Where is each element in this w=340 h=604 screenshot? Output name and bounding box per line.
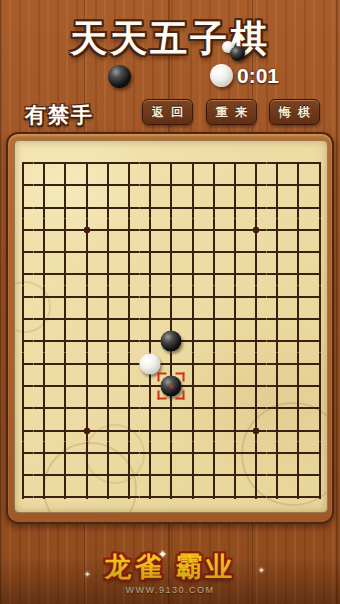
board-intersection[interactable] bbox=[97, 464, 118, 486]
board-grid-area bbox=[22, 162, 321, 499]
board-intersection[interactable] bbox=[203, 174, 224, 196]
board-intersection[interactable] bbox=[55, 308, 76, 330]
last-move-marker bbox=[158, 373, 185, 400]
board-intersection[interactable] bbox=[118, 286, 139, 308]
board-intersection[interactable] bbox=[288, 330, 309, 352]
timer-text: 0:01 bbox=[237, 64, 279, 88]
board-intersection[interactable] bbox=[140, 196, 161, 218]
restart-button[interactable]: 重来 bbox=[206, 99, 257, 125]
board-intersection[interactable] bbox=[288, 419, 309, 441]
board-intersection[interactable] bbox=[245, 263, 266, 285]
board-intersection[interactable] bbox=[182, 486, 203, 499]
board-intersection[interactable] bbox=[182, 353, 203, 375]
board-intersection[interactable] bbox=[55, 286, 76, 308]
app-title: 天天五子棋 bbox=[0, 14, 340, 64]
board-intersection[interactable] bbox=[288, 196, 309, 218]
board-intersection[interactable] bbox=[288, 263, 309, 285]
board-intersection[interactable] bbox=[34, 308, 55, 330]
board-intersection[interactable] bbox=[34, 330, 55, 352]
board-intersection[interactable] bbox=[309, 486, 321, 499]
board-intersection[interactable] bbox=[224, 219, 245, 241]
board-intersection[interactable] bbox=[34, 464, 55, 486]
board-intersection[interactable] bbox=[140, 219, 161, 241]
board-intersection[interactable] bbox=[22, 308, 34, 330]
board-intersection[interactable] bbox=[118, 419, 139, 441]
board-intersection[interactable] bbox=[245, 241, 266, 263]
board-intersection[interactable] bbox=[55, 397, 76, 419]
board-intersection[interactable] bbox=[182, 241, 203, 263]
board-intersection[interactable] bbox=[118, 397, 139, 419]
board-intersection[interactable] bbox=[22, 174, 34, 196]
board-intersection[interactable] bbox=[97, 162, 118, 174]
board-intersection[interactable] bbox=[224, 308, 245, 330]
board-intersection[interactable] bbox=[267, 353, 288, 375]
board-intersection[interactable] bbox=[309, 419, 321, 441]
board-intersection[interactable] bbox=[203, 375, 224, 397]
board-intersection[interactable] bbox=[22, 486, 34, 499]
black-stone bbox=[161, 331, 182, 352]
board-intersection[interactable] bbox=[288, 174, 309, 196]
board-intersection[interactable] bbox=[55, 486, 76, 499]
board-intersection[interactable] bbox=[203, 353, 224, 375]
board-intersection[interactable] bbox=[267, 486, 288, 499]
board-intersection[interactable] bbox=[224, 353, 245, 375]
board-intersection[interactable] bbox=[34, 196, 55, 218]
board-intersection[interactable] bbox=[245, 353, 266, 375]
board-intersection[interactable] bbox=[118, 353, 139, 375]
board-intersection[interactable] bbox=[76, 464, 97, 486]
board-intersection[interactable] bbox=[288, 464, 309, 486]
board-intersection[interactable] bbox=[245, 162, 266, 174]
board-intersection[interactable] bbox=[118, 464, 139, 486]
board-intersection[interactable] bbox=[34, 174, 55, 196]
board-intersection[interactable] bbox=[76, 330, 97, 352]
board-intersection[interactable] bbox=[97, 174, 118, 196]
board-intersection[interactable] bbox=[55, 330, 76, 352]
board-intersection[interactable] bbox=[267, 241, 288, 263]
board-intersection[interactable] bbox=[55, 419, 76, 441]
board-intersection[interactable] bbox=[224, 397, 245, 419]
board-intersection[interactable] bbox=[203, 286, 224, 308]
board-intersection[interactable] bbox=[267, 442, 288, 464]
board-intersection[interactable] bbox=[118, 375, 139, 397]
board-intersection[interactable] bbox=[161, 196, 182, 218]
board-intersection[interactable] bbox=[288, 375, 309, 397]
board-intersection[interactable] bbox=[161, 486, 182, 499]
board-intersection[interactable] bbox=[288, 353, 309, 375]
board-intersection[interactable] bbox=[267, 464, 288, 486]
board-intersection[interactable] bbox=[34, 263, 55, 285]
board-intersection[interactable] bbox=[267, 174, 288, 196]
board-intersection[interactable] bbox=[97, 286, 118, 308]
board-intersection[interactable] bbox=[182, 330, 203, 352]
board-intersection[interactable] bbox=[76, 174, 97, 196]
board-intersection[interactable] bbox=[34, 486, 55, 499]
board-intersection[interactable] bbox=[309, 464, 321, 486]
board-intersection[interactable] bbox=[309, 219, 321, 241]
board-intersection[interactable] bbox=[224, 330, 245, 352]
board-intersection[interactable] bbox=[97, 419, 118, 441]
board-intersection[interactable] bbox=[267, 162, 288, 174]
board-intersection[interactable] bbox=[224, 162, 245, 174]
board-intersection[interactable] bbox=[288, 308, 309, 330]
board-intersection[interactable] bbox=[76, 263, 97, 285]
board-intersection[interactable] bbox=[118, 162, 139, 174]
board-intersection[interactable] bbox=[182, 442, 203, 464]
board-intersection[interactable] bbox=[203, 241, 224, 263]
board-surface bbox=[14, 140, 328, 513]
board-intersection[interactable] bbox=[118, 174, 139, 196]
board-intersection[interactable] bbox=[34, 442, 55, 464]
board-intersection[interactable] bbox=[22, 241, 34, 263]
board-intersection[interactable] bbox=[288, 442, 309, 464]
board-intersection[interactable] bbox=[203, 308, 224, 330]
board-intersection[interactable] bbox=[267, 263, 288, 285]
board-intersection[interactable] bbox=[224, 241, 245, 263]
board-intersection[interactable] bbox=[76, 162, 97, 174]
bottom-shade bbox=[0, 558, 340, 604]
board-intersection[interactable] bbox=[22, 196, 34, 218]
board-intersection[interactable] bbox=[140, 442, 161, 464]
black-player-stone-icon bbox=[108, 65, 131, 88]
board-intersection[interactable] bbox=[76, 286, 97, 308]
board-intersection[interactable] bbox=[161, 442, 182, 464]
board-intersection[interactable] bbox=[309, 353, 321, 375]
board-intersection[interactable] bbox=[182, 263, 203, 285]
board-intersection[interactable] bbox=[97, 308, 118, 330]
board-intersection[interactable] bbox=[118, 196, 139, 218]
board-intersection[interactable] bbox=[97, 263, 118, 285]
board-intersection[interactable] bbox=[22, 219, 34, 241]
board-intersection[interactable] bbox=[203, 263, 224, 285]
board-intersection[interactable] bbox=[34, 353, 55, 375]
board-intersection[interactable] bbox=[245, 486, 266, 499]
board-intersection[interactable] bbox=[288, 397, 309, 419]
board-intersection[interactable] bbox=[34, 219, 55, 241]
board-intersection[interactable] bbox=[309, 397, 321, 419]
board-intersection[interactable] bbox=[224, 375, 245, 397]
board-intersection[interactable] bbox=[97, 397, 118, 419]
board-intersection[interactable] bbox=[76, 397, 97, 419]
board-intersection[interactable] bbox=[140, 286, 161, 308]
board-intersection[interactable] bbox=[22, 375, 34, 397]
board-intersection[interactable] bbox=[245, 464, 266, 486]
board-intersection[interactable] bbox=[140, 241, 161, 263]
board-intersection[interactable] bbox=[267, 375, 288, 397]
board-intersection[interactable] bbox=[22, 162, 34, 174]
board-intersection[interactable] bbox=[118, 308, 139, 330]
board-intersection[interactable] bbox=[288, 286, 309, 308]
board-intersection[interactable] bbox=[140, 263, 161, 285]
board-intersection[interactable] bbox=[140, 464, 161, 486]
board-intersection[interactable] bbox=[97, 442, 118, 464]
board-intersection[interactable] bbox=[140, 308, 161, 330]
board-intersection[interactable] bbox=[34, 375, 55, 397]
back-button-label: 返回 bbox=[152, 104, 190, 121]
board-intersection[interactable] bbox=[182, 174, 203, 196]
board-intersection[interactable] bbox=[203, 397, 224, 419]
board-intersection[interactable] bbox=[245, 419, 266, 441]
board-intersection[interactable] bbox=[76, 419, 97, 441]
board-intersection[interactable] bbox=[76, 375, 97, 397]
board-intersection[interactable] bbox=[309, 174, 321, 196]
board-intersection[interactable] bbox=[55, 196, 76, 218]
board-intersection[interactable] bbox=[267, 308, 288, 330]
board-intersection[interactable] bbox=[161, 353, 182, 375]
board-intersection[interactable] bbox=[34, 241, 55, 263]
board-intersection[interactable] bbox=[55, 375, 76, 397]
board-intersection[interactable] bbox=[161, 219, 182, 241]
board-intersection[interactable] bbox=[182, 162, 203, 174]
board-intersection[interactable] bbox=[182, 219, 203, 241]
board-intersection[interactable] bbox=[224, 486, 245, 499]
board-intersection[interactable] bbox=[55, 162, 76, 174]
board-intersection[interactable] bbox=[34, 419, 55, 441]
board-intersection[interactable] bbox=[22, 419, 34, 441]
board-intersection[interactable] bbox=[161, 308, 182, 330]
title-deco-black-stone-icon bbox=[230, 46, 245, 61]
board-intersection[interactable] bbox=[76, 353, 97, 375]
board-intersection[interactable] bbox=[55, 353, 76, 375]
white-player-stone-icon bbox=[210, 64, 233, 87]
board-intersection[interactable] bbox=[203, 162, 224, 174]
board-intersection[interactable] bbox=[309, 442, 321, 464]
board-intersection[interactable] bbox=[182, 286, 203, 308]
board-intersection[interactable] bbox=[55, 464, 76, 486]
board-intersection[interactable] bbox=[118, 442, 139, 464]
board-intersection[interactable] bbox=[161, 174, 182, 196]
board-intersection[interactable] bbox=[97, 330, 118, 352]
board-intersection[interactable] bbox=[267, 419, 288, 441]
board-intersection[interactable] bbox=[55, 241, 76, 263]
board-intersection[interactable] bbox=[161, 397, 182, 419]
board-intersection[interactable] bbox=[224, 174, 245, 196]
board-intersection[interactable] bbox=[203, 219, 224, 241]
undo-button-label: 悔棋 bbox=[279, 104, 317, 121]
board-intersection[interactable] bbox=[118, 263, 139, 285]
board-intersection[interactable] bbox=[34, 397, 55, 419]
board-intersection[interactable] bbox=[267, 286, 288, 308]
board-intersection[interactable] bbox=[245, 174, 266, 196]
board-intersection[interactable] bbox=[97, 219, 118, 241]
board-intersection[interactable] bbox=[288, 219, 309, 241]
board-intersection[interactable] bbox=[140, 174, 161, 196]
board-intersection[interactable] bbox=[267, 219, 288, 241]
board-intersection[interactable] bbox=[55, 219, 76, 241]
board-intersection[interactable] bbox=[309, 286, 321, 308]
board-intersection[interactable] bbox=[245, 442, 266, 464]
board-intersection[interactable] bbox=[203, 419, 224, 441]
board-intersection[interactable] bbox=[76, 196, 97, 218]
board-intersection[interactable] bbox=[140, 486, 161, 499]
board-intersection[interactable] bbox=[118, 330, 139, 352]
board-intersection[interactable] bbox=[140, 419, 161, 441]
back-button[interactable]: 返回 bbox=[142, 99, 193, 125]
board-intersection[interactable] bbox=[97, 241, 118, 263]
board-intersection[interactable] bbox=[309, 330, 321, 352]
board-intersection[interactable] bbox=[22, 442, 34, 464]
board-intersection[interactable] bbox=[182, 196, 203, 218]
board-intersection[interactable] bbox=[224, 419, 245, 441]
board-intersection[interactable] bbox=[288, 241, 309, 263]
board-intersection[interactable] bbox=[22, 263, 34, 285]
board-intersection[interactable] bbox=[76, 442, 97, 464]
board-intersection[interactable] bbox=[140, 162, 161, 174]
board-intersection[interactable] bbox=[182, 308, 203, 330]
board-intersection[interactable] bbox=[118, 241, 139, 263]
board-intersection[interactable] bbox=[97, 353, 118, 375]
board-intersection[interactable] bbox=[34, 286, 55, 308]
board-intersection[interactable] bbox=[22, 397, 34, 419]
restart-button-label: 重来 bbox=[216, 104, 254, 121]
board-intersection[interactable] bbox=[309, 162, 321, 174]
board-intersection[interactable] bbox=[267, 397, 288, 419]
board-intersection[interactable] bbox=[182, 397, 203, 419]
board-intersection[interactable] bbox=[97, 486, 118, 499]
board-intersection[interactable] bbox=[245, 308, 266, 330]
board-intersection[interactable] bbox=[76, 486, 97, 499]
board-intersection[interactable] bbox=[309, 241, 321, 263]
board-intersection[interactable] bbox=[245, 397, 266, 419]
board-intersection[interactable] bbox=[224, 442, 245, 464]
board-intersection[interactable] bbox=[97, 375, 118, 397]
board-intersection[interactable] bbox=[55, 263, 76, 285]
board-intersection[interactable] bbox=[245, 196, 266, 218]
board-intersection[interactable] bbox=[76, 241, 97, 263]
board-intersection[interactable] bbox=[161, 286, 182, 308]
forbidden-rule-label: 有禁手 bbox=[25, 101, 94, 129]
board-intersection[interactable] bbox=[203, 330, 224, 352]
board-intersection[interactable] bbox=[267, 196, 288, 218]
board-intersection[interactable] bbox=[22, 330, 34, 352]
board-intersection[interactable] bbox=[245, 286, 266, 308]
board-intersection[interactable] bbox=[245, 330, 266, 352]
board-intersection[interactable] bbox=[224, 464, 245, 486]
board-intersection[interactable] bbox=[140, 330, 161, 352]
board-intersection[interactable] bbox=[161, 419, 182, 441]
board-intersection[interactable] bbox=[22, 464, 34, 486]
board-intersection[interactable] bbox=[309, 196, 321, 218]
board-intersection[interactable] bbox=[76, 219, 97, 241]
board-intersection[interactable] bbox=[245, 219, 266, 241]
board-intersection[interactable] bbox=[182, 375, 203, 397]
board-intersection[interactable] bbox=[55, 442, 76, 464]
board-intersection[interactable] bbox=[309, 263, 321, 285]
board-intersection[interactable] bbox=[267, 330, 288, 352]
board-intersection[interactable] bbox=[288, 162, 309, 174]
undo-button[interactable]: 悔棋 bbox=[269, 99, 320, 125]
board-intersection[interactable] bbox=[22, 353, 34, 375]
board-intersection[interactable] bbox=[34, 162, 55, 174]
board-intersection[interactable] bbox=[161, 162, 182, 174]
board-intersection[interactable] bbox=[76, 308, 97, 330]
board-intersection[interactable] bbox=[203, 486, 224, 499]
board-intersection[interactable] bbox=[182, 419, 203, 441]
board-intersection[interactable] bbox=[55, 174, 76, 196]
board-intersection[interactable] bbox=[245, 375, 266, 397]
board-intersection[interactable] bbox=[97, 196, 118, 218]
board-intersection[interactable] bbox=[224, 196, 245, 218]
board-intersection[interactable] bbox=[288, 486, 309, 499]
board-intersection[interactable] bbox=[161, 464, 182, 486]
board-intersection[interactable] bbox=[140, 397, 161, 419]
board-intersection[interactable] bbox=[224, 263, 245, 285]
board-intersection[interactable] bbox=[22, 286, 34, 308]
board-intersection[interactable] bbox=[224, 286, 245, 308]
board-intersection[interactable] bbox=[182, 464, 203, 486]
board-intersection[interactable] bbox=[118, 219, 139, 241]
board-intersection[interactable] bbox=[161, 263, 182, 285]
board-intersection[interactable] bbox=[203, 196, 224, 218]
board-intersection[interactable] bbox=[203, 464, 224, 486]
board-intersection[interactable] bbox=[118, 486, 139, 499]
white-stone bbox=[140, 353, 161, 374]
board-intersection[interactable] bbox=[309, 308, 321, 330]
board-intersection[interactable] bbox=[309, 375, 321, 397]
board-intersection[interactable] bbox=[161, 241, 182, 263]
board-intersection[interactable] bbox=[203, 442, 224, 464]
